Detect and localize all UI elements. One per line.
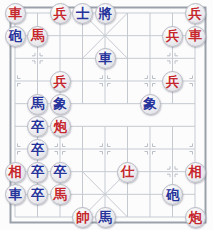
black-cannon[interactable]: 砲 — [162, 184, 183, 205]
red-elephant[interactable]: 相 — [185, 162, 206, 183]
black-cannon[interactable]: 砲 — [5, 26, 26, 47]
red-chariot[interactable]: 車 — [185, 26, 206, 47]
piece-layer: 車兵士將兵砲馬兵車車兵兵馬象象卒炮卒相卒卒仕相車卒馬砲帥馬炮 — [4, 2, 207, 229]
red-soldier[interactable]: 兵 — [162, 26, 183, 47]
red-horse[interactable]: 馬 — [50, 184, 71, 205]
black-horse[interactable]: 馬 — [95, 207, 116, 228]
red-horse[interactable]: 馬 — [27, 26, 48, 47]
black-horse[interactable]: 馬 — [27, 94, 48, 115]
red-advisor[interactable]: 仕 — [117, 162, 138, 183]
black-chariot[interactable]: 車 — [5, 184, 26, 205]
xiangqi-board: 車兵士將兵砲馬兵車車兵兵馬象象卒炮卒相卒卒仕相車卒馬砲帥馬炮 — [0, 0, 213, 230]
black-advisor[interactable]: 士 — [72, 3, 93, 24]
red-soldier[interactable]: 兵 — [50, 71, 71, 92]
black-soldier[interactable]: 卒 — [27, 184, 48, 205]
black-soldier[interactable]: 卒 — [27, 116, 48, 137]
red-cannon[interactable]: 炮 — [185, 207, 206, 228]
black-general[interactable]: 將 — [95, 3, 116, 24]
black-elephant[interactable]: 象 — [140, 94, 161, 115]
black-soldier[interactable]: 卒 — [27, 162, 48, 183]
red-chariot[interactable]: 車 — [5, 3, 26, 24]
black-soldier[interactable]: 卒 — [50, 162, 71, 183]
red-cannon[interactable]: 炮 — [50, 116, 71, 137]
red-soldier[interactable]: 兵 — [50, 3, 71, 24]
red-general[interactable]: 帥 — [72, 207, 93, 228]
red-soldier[interactable]: 兵 — [185, 3, 206, 24]
red-elephant[interactable]: 相 — [5, 162, 26, 183]
black-chariot[interactable]: 車 — [95, 48, 116, 69]
black-soldier[interactable]: 卒 — [27, 139, 48, 160]
black-elephant[interactable]: 象 — [50, 94, 71, 115]
red-soldier[interactable]: 兵 — [162, 71, 183, 92]
